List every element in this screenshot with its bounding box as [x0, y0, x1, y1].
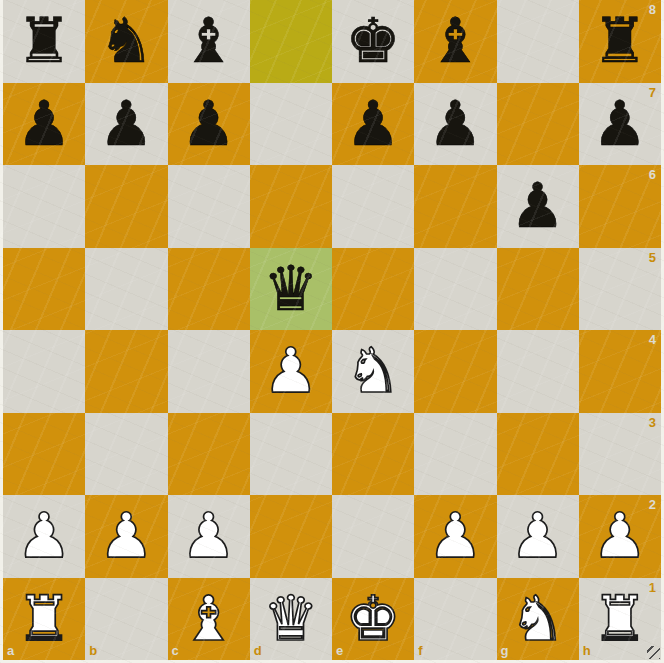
rank-label-5: 5 — [649, 250, 656, 265]
white-pawn-h2[interactable]: ♟ — [579, 495, 661, 578]
file-label-b: b — [89, 643, 97, 658]
square-e7[interactable]: ♟ — [332, 83, 414, 166]
rank-label-6: 6 — [649, 167, 656, 182]
black-pawn-c7[interactable]: ♟ — [168, 83, 250, 166]
square-f5[interactable] — [414, 248, 496, 331]
file-label-f: f — [418, 643, 422, 658]
square-g3[interactable] — [497, 413, 579, 496]
square-c8[interactable]: ♝ — [168, 0, 250, 83]
square-a8[interactable]: ♜ — [3, 0, 85, 83]
black-pawn-a7[interactable]: ♟ — [3, 83, 85, 166]
square-h8[interactable]: 8♜ — [579, 0, 661, 83]
black-pawn-e7[interactable]: ♟ — [332, 83, 414, 166]
square-g8[interactable] — [497, 0, 579, 83]
square-d7[interactable] — [250, 83, 332, 166]
square-a3[interactable] — [3, 413, 85, 496]
square-c4[interactable] — [168, 330, 250, 413]
square-e6[interactable] — [332, 165, 414, 248]
square-d3[interactable] — [250, 413, 332, 496]
black-queen-d5[interactable]: ♛ — [250, 248, 332, 331]
square-b8[interactable]: ♞ — [85, 0, 167, 83]
square-b4[interactable] — [85, 330, 167, 413]
square-a2[interactable]: ♟ — [3, 495, 85, 578]
square-d1[interactable]: d♛ — [250, 578, 332, 661]
square-a5[interactable] — [3, 248, 85, 331]
rank-label-4: 4 — [649, 332, 656, 347]
square-b1[interactable]: b — [85, 578, 167, 661]
black-pawn-h7[interactable]: ♟ — [579, 83, 661, 166]
black-pawn-g6[interactable]: ♟ — [497, 165, 579, 248]
square-c2[interactable]: ♟ — [168, 495, 250, 578]
white-pawn-f2[interactable]: ♟ — [414, 495, 496, 578]
square-e4[interactable]: ♞ — [332, 330, 414, 413]
square-g2[interactable]: ♟ — [497, 495, 579, 578]
square-h7[interactable]: 7♟ — [579, 83, 661, 166]
white-knight-g1[interactable]: ♞ — [497, 578, 579, 661]
square-a7[interactable]: ♟ — [3, 83, 85, 166]
square-e2[interactable] — [332, 495, 414, 578]
white-pawn-g2[interactable]: ♟ — [497, 495, 579, 578]
square-b5[interactable] — [85, 248, 167, 331]
black-knight-b8[interactable]: ♞ — [85, 0, 167, 83]
square-h6[interactable]: 6 — [579, 165, 661, 248]
square-b6[interactable] — [85, 165, 167, 248]
square-f3[interactable] — [414, 413, 496, 496]
square-g6[interactable]: ♟ — [497, 165, 579, 248]
square-g7[interactable] — [497, 83, 579, 166]
square-c1[interactable]: c♝ — [168, 578, 250, 661]
square-e5[interactable] — [332, 248, 414, 331]
rank-label-3: 3 — [649, 415, 656, 430]
white-knight-e4[interactable]: ♞ — [332, 330, 414, 413]
square-a6[interactable] — [3, 165, 85, 248]
square-d8[interactable] — [250, 0, 332, 83]
black-rook-a8[interactable]: ♜ — [3, 0, 85, 83]
white-queen-d1[interactable]: ♛ — [250, 578, 332, 661]
square-g5[interactable] — [497, 248, 579, 331]
square-c3[interactable] — [168, 413, 250, 496]
white-pawn-c2[interactable]: ♟ — [168, 495, 250, 578]
chess-board: ♜♞♝♚♝8♜♟♟♟♟♟7♟♟6♛5♟♞43♟♟♟♟♟2♟a♜bc♝d♛e♚fg… — [3, 0, 661, 660]
square-d5[interactable]: ♛ — [250, 248, 332, 331]
black-bishop-f8[interactable]: ♝ — [414, 0, 496, 83]
white-rook-a1[interactable]: ♜ — [3, 578, 85, 661]
square-d2[interactable] — [250, 495, 332, 578]
black-pawn-f7[interactable]: ♟ — [414, 83, 496, 166]
white-pawn-b2[interactable]: ♟ — [85, 495, 167, 578]
black-pawn-b7[interactable]: ♟ — [85, 83, 167, 166]
square-h3[interactable]: 3 — [579, 413, 661, 496]
square-c7[interactable]: ♟ — [168, 83, 250, 166]
square-e3[interactable] — [332, 413, 414, 496]
black-bishop-c8[interactable]: ♝ — [168, 0, 250, 83]
square-b3[interactable] — [85, 413, 167, 496]
square-c5[interactable] — [168, 248, 250, 331]
square-e1[interactable]: e♚ — [332, 578, 414, 661]
square-f7[interactable]: ♟ — [414, 83, 496, 166]
square-b2[interactable]: ♟ — [85, 495, 167, 578]
board-frame: ♜♞♝♚♝8♜♟♟♟♟♟7♟♟6♛5♟♞43♟♟♟♟♟2♟a♜bc♝d♛e♚fg… — [0, 0, 664, 663]
white-bishop-c1[interactable]: ♝ — [168, 578, 250, 661]
square-f2[interactable]: ♟ — [414, 495, 496, 578]
black-rook-h8[interactable]: ♜ — [579, 0, 661, 83]
resize-handle-icon[interactable] — [647, 646, 660, 659]
square-c6[interactable] — [168, 165, 250, 248]
square-f1[interactable]: f — [414, 578, 496, 661]
square-d4[interactable]: ♟ — [250, 330, 332, 413]
square-f8[interactable]: ♝ — [414, 0, 496, 83]
square-h4[interactable]: 4 — [579, 330, 661, 413]
square-f4[interactable] — [414, 330, 496, 413]
square-a4[interactable] — [3, 330, 85, 413]
white-pawn-a2[interactable]: ♟ — [3, 495, 85, 578]
square-e8[interactable]: ♚ — [332, 0, 414, 83]
black-king-e8[interactable]: ♚ — [332, 0, 414, 83]
square-b7[interactable]: ♟ — [85, 83, 167, 166]
square-g4[interactable] — [497, 330, 579, 413]
square-a1[interactable]: a♜ — [3, 578, 85, 661]
square-g1[interactable]: g♞ — [497, 578, 579, 661]
white-king-e1[interactable]: ♚ — [332, 578, 414, 661]
square-h5[interactable]: 5 — [579, 248, 661, 331]
square-h2[interactable]: 2♟ — [579, 495, 661, 578]
square-d6[interactable] — [250, 165, 332, 248]
white-pawn-d4[interactable]: ♟ — [250, 330, 332, 413]
square-f6[interactable] — [414, 165, 496, 248]
